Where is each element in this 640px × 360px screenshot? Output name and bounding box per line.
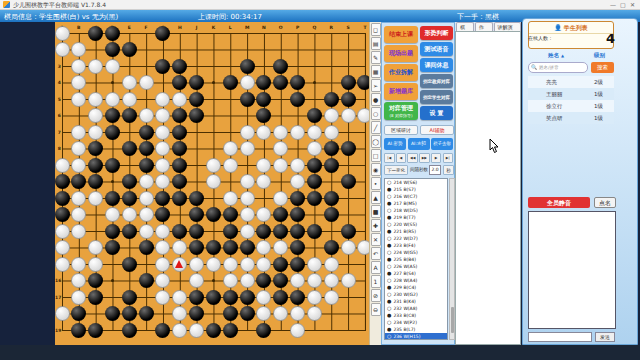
dot-mark-icon[interactable]: • [371, 177, 381, 190]
column-label: P [293, 25, 303, 30]
chat-input[interactable] [528, 332, 592, 342]
black-stone[interactable] [139, 306, 154, 321]
black-stone[interactable] [324, 191, 339, 206]
black-stone[interactable] [88, 26, 103, 41]
white-stone[interactable] [240, 273, 255, 288]
student-row[interactable]: 王丽丽1级 [528, 88, 614, 100]
nav-button-1[interactable]: |◀ [384, 153, 395, 163]
white-stone[interactable] [55, 240, 70, 255]
white-stone[interactable] [240, 141, 255, 156]
black-stone[interactable] [341, 92, 356, 107]
white-stone[interactable] [290, 125, 305, 140]
white-stone[interactable] [155, 290, 170, 305]
black-stone[interactable] [122, 174, 137, 189]
white-stone[interactable] [88, 257, 103, 272]
clear-icon[interactable]: ⊘ [371, 289, 381, 302]
move-list-item[interactable]: ○236 W(H15) [385, 333, 447, 340]
nav-button-5[interactable]: ▶ [431, 153, 442, 163]
row-label: 7 [55, 130, 61, 135]
black-stone[interactable] [139, 240, 154, 255]
nav-button-3[interactable]: ◀◀ [407, 153, 418, 163]
new-file-icon[interactable]: ◻ [371, 23, 381, 36]
black-stone[interactable] [71, 323, 86, 338]
black-stone[interactable] [223, 240, 238, 255]
move-list-item[interactable]: ●223 B(F4) [385, 242, 447, 249]
white-stone[interactable] [324, 108, 339, 123]
square-mark-icon[interactable]: □ [371, 149, 381, 162]
black-stone[interactable] [105, 240, 120, 255]
column-label: N [259, 25, 269, 30]
white-stone[interactable] [206, 257, 221, 272]
black-stone[interactable] [105, 224, 120, 239]
white-stone[interactable] [55, 158, 70, 173]
black-stone[interactable] [122, 290, 137, 305]
white-stone[interactable] [71, 290, 86, 305]
black-stone[interactable] [139, 125, 154, 140]
move-list-item[interactable]: ○224 W(G5) [385, 249, 447, 256]
white-stone[interactable] [71, 191, 86, 206]
white-stone[interactable] [273, 158, 288, 173]
action-button-1[interactable]: 结束上课 [384, 26, 418, 43]
black-stone[interactable] [223, 306, 238, 321]
black-stone[interactable] [290, 92, 305, 107]
black-stone[interactable] [55, 174, 70, 189]
black-stone[interactable] [189, 191, 204, 206]
white-stone[interactable] [55, 257, 70, 272]
white-stone[interactable] [155, 224, 170, 239]
black-stone[interactable] [155, 191, 170, 206]
student-search-button[interactable]: 搜索 [591, 62, 614, 73]
record-tab-1[interactable]: 棋谱 [456, 22, 474, 31]
black-stone[interactable] [341, 224, 356, 239]
black-stone[interactable] [55, 207, 70, 222]
white-stone[interactable] [139, 224, 154, 239]
control-panel: 结束上课现场出题作业拆解新增题库对弈管理(8 对弈指导)形势判断测试语音课间休息… [381, 22, 455, 345]
row-label: 17 [55, 295, 61, 300]
nav-button-6[interactable]: ▶| [443, 153, 454, 163]
black-stone[interactable] [256, 92, 271, 107]
column-label: E [124, 25, 134, 30]
go-board[interactable]: ABCDEFGHJKLMNOPQRST123456789101112131415… [55, 22, 369, 345]
white-stone[interactable] [256, 257, 271, 272]
black-stone[interactable] [172, 224, 187, 239]
black-stone[interactable] [273, 290, 288, 305]
white-stone[interactable] [256, 158, 271, 173]
column-label: S [343, 25, 353, 30]
ai-button-2[interactable]: AI:支招 [408, 138, 430, 150]
white-stone[interactable] [71, 224, 86, 239]
next-variation-button[interactable]: 下一变化 [384, 165, 408, 175]
white-stone[interactable] [324, 273, 339, 288]
move-list-item[interactable]: ●227 B(S4) [385, 270, 447, 277]
black-stone[interactable] [273, 257, 288, 272]
white-stone[interactable] [122, 75, 137, 90]
move-list-item[interactable]: ○232 W(A8) [385, 305, 447, 312]
black-stone[interactable] [105, 306, 120, 321]
white-stone[interactable] [307, 125, 322, 140]
move-list-item[interactable]: ○218 W(D5) [385, 207, 447, 214]
student-row[interactable]: 亮亮2级 [528, 76, 614, 88]
white-stone[interactable] [206, 174, 221, 189]
black-stone[interactable] [122, 306, 137, 321]
black-stone[interactable] [324, 240, 339, 255]
white-stone[interactable] [324, 125, 339, 140]
student-row[interactable]: 笑点研1级 [528, 112, 614, 124]
white-stone[interactable] [223, 191, 238, 206]
move-list-item[interactable]: ●221 B(R5) [385, 228, 447, 235]
black-stone[interactable] [341, 141, 356, 156]
white-stone[interactable] [273, 125, 288, 140]
column-label: B [74, 25, 84, 30]
white-stone[interactable] [240, 224, 255, 239]
column-label: J [192, 25, 202, 30]
black-stone[interactable] [155, 323, 170, 338]
black-stone[interactable] [324, 141, 339, 156]
black-stone[interactable] [122, 42, 137, 57]
move-list-item[interactable]: ○230 W(G2) [385, 291, 447, 298]
white-stone[interactable] [240, 207, 255, 222]
student-row[interactable]: 徐立行1级 [528, 100, 614, 112]
black-stone[interactable] [223, 323, 238, 338]
white-stone[interactable] [172, 323, 187, 338]
move-list-item[interactable]: ○220 W(S5) [385, 221, 447, 228]
move-list-item[interactable]: ○222 W(D7) [385, 235, 447, 242]
white-stone[interactable] [71, 59, 86, 74]
filled-square-icon[interactable]: ■ [371, 205, 381, 218]
white-stone[interactable] [240, 174, 255, 189]
move-list-item[interactable]: ●217 B(M5) [385, 200, 447, 207]
student-panel: 👤 学生列表 在线人数： 4 姓名 ▲ 级别 姓名/拼音 🔍 搜索 亮亮2级王丽… [522, 18, 638, 345]
white-stone[interactable] [71, 92, 86, 107]
screen: 少儿围棋教学平台教师端 V1.7.8.4 — ▢ ✕ 棋局信息：学生围棋(白) … [0, 0, 640, 360]
black-stone[interactable] [122, 191, 137, 206]
white-stone[interactable] [223, 257, 238, 272]
black-stone[interactable] [307, 191, 322, 206]
white-stone[interactable] [240, 125, 255, 140]
move-list-item[interactable]: ○214 W(S6) [385, 179, 447, 186]
move-list-item[interactable]: ○226 W(A5) [385, 263, 447, 270]
window-title: 少儿围棋教学平台教师端 V1.7.8.4 [13, 1, 106, 10]
black-stone[interactable] [189, 290, 204, 305]
black-stone[interactable] [105, 158, 120, 173]
white-stone[interactable] [189, 257, 204, 272]
black-stone[interactable] [324, 158, 339, 173]
record-tab-3[interactable]: 讲解演示 [494, 22, 522, 31]
nav-button-2[interactable]: ◀ [396, 153, 407, 163]
undo-icon[interactable]: ↶ [371, 247, 381, 260]
move-list-item[interactable]: ●225 B(B4) [385, 256, 447, 263]
maximize-button[interactable]: ▢ [620, 1, 626, 8]
action-button-3[interactable]: 作业拆解 [384, 64, 418, 81]
black-stone[interactable] [223, 207, 238, 222]
white-stone[interactable] [240, 257, 255, 272]
move-list-item[interactable]: ●219 B(T7) [385, 214, 447, 221]
black-stone[interactable] [273, 59, 288, 74]
star-point [313, 81, 316, 84]
move-list-item[interactable]: ○234 W(P2) [385, 319, 447, 326]
game-info-text: 棋局信息：学生围棋(白) vs 无为(黑) [4, 12, 118, 22]
black-stone[interactable] [290, 191, 305, 206]
white-stone[interactable] [105, 207, 120, 222]
white-stone[interactable] [88, 125, 103, 140]
black-stone[interactable] [105, 191, 120, 206]
white-stone[interactable] [122, 207, 137, 222]
move-list-item[interactable]: ●233 B(C8) [385, 312, 447, 319]
black-stone[interactable] [307, 108, 322, 123]
row-label: 3 [55, 64, 61, 69]
move-list-item[interactable]: ○228 W(A4) [385, 277, 447, 284]
row-label: 6 [55, 113, 61, 118]
white-stone[interactable] [105, 59, 120, 74]
white-stone[interactable] [256, 125, 271, 140]
column-label: K [208, 25, 218, 30]
white-stone[interactable] [256, 290, 271, 305]
white-stone[interactable] [223, 158, 238, 173]
black-stone[interactable] [122, 224, 137, 239]
action-button-right-3[interactable]: 课间休息 [420, 58, 453, 72]
x-mark-icon[interactable]: ✕ [371, 233, 381, 246]
white-stone[interactable] [290, 323, 305, 338]
black-stone[interactable] [122, 141, 137, 156]
white-stone[interactable] [55, 26, 70, 41]
black-stone[interactable] [273, 224, 288, 239]
black-stone[interactable] [105, 125, 120, 140]
white-stone[interactable] [341, 108, 356, 123]
white-stone[interactable] [307, 257, 322, 272]
action-button-2[interactable]: 现场出题 [384, 45, 418, 62]
black-stone[interactable] [206, 207, 221, 222]
class-time-text: 上课时间: 00:34:17 [198, 12, 262, 22]
circle-mark-icon[interactable]: ◯ [371, 135, 381, 148]
black-stone[interactable] [139, 158, 154, 173]
black-stone[interactable] [307, 224, 322, 239]
white-stone[interactable] [240, 75, 255, 90]
white-stone[interactable] [71, 125, 86, 140]
name-column-header[interactable]: 姓名 ▲ [548, 52, 564, 59]
black-stone[interactable] [290, 257, 305, 272]
star-point [111, 279, 114, 282]
close-button[interactable]: ✕ [630, 1, 635, 8]
column-label: H [175, 25, 185, 30]
black-stone[interactable] [122, 323, 137, 338]
white-stone[interactable] [71, 158, 86, 173]
white-stone[interactable] [290, 158, 305, 173]
black-stone[interactable] [256, 323, 271, 338]
interval-label: 间隔秒数 [410, 167, 428, 172]
letter-tool-icon[interactable]: A [371, 261, 381, 274]
minimize-button[interactable]: — [610, 1, 616, 8]
move-list-item[interactable]: ○216 W(C7) [385, 193, 447, 200]
row-label: 5 [55, 97, 61, 102]
black-stone[interactable] [88, 158, 103, 173]
action-button-4[interactable]: 新增题库 [384, 83, 418, 100]
white-stone[interactable] [189, 323, 204, 338]
black-stone[interactable] [240, 59, 255, 74]
action-button-5[interactable]: 对弈管理(8 对弈指导) [384, 102, 418, 120]
black-stone[interactable] [223, 75, 238, 90]
black-stone[interactable] [341, 174, 356, 189]
ai-button-1[interactable]: AI:形势 [384, 138, 406, 150]
white-stone[interactable] [139, 191, 154, 206]
line-tool-icon[interactable]: ╱ [371, 121, 381, 134]
white-stone[interactable] [71, 257, 86, 272]
black-stone[interactable] [223, 290, 238, 305]
action-button-right-6[interactable]: 设 置 [420, 106, 453, 120]
white-stone[interactable] [139, 108, 154, 123]
white-stone-tool-icon[interactable]: ○ [371, 107, 381, 120]
record-tabs: 棋谱作业讲解演示 [455, 22, 521, 31]
white-stone[interactable] [55, 224, 70, 239]
move-list-item[interactable]: ●215 B(S7) [385, 186, 447, 193]
white-stone[interactable] [88, 59, 103, 74]
interval-input[interactable]: 2.0 [429, 165, 441, 175]
white-stone[interactable] [105, 92, 120, 107]
black-stone[interactable] [240, 290, 255, 305]
black-stone-tool-icon[interactable]: ● [371, 93, 381, 106]
annotation-toolbar: ◻▤✎▦➢●○╱◯□◉•▲■✚✕↶A1⊘⊖ [369, 22, 381, 345]
white-stone[interactable] [139, 174, 154, 189]
white-stone[interactable] [324, 257, 339, 272]
white-stone[interactable] [206, 158, 221, 173]
black-stone[interactable] [341, 75, 356, 90]
white-stone[interactable] [155, 92, 170, 107]
white-stone[interactable] [139, 207, 154, 222]
white-stone[interactable] [122, 92, 137, 107]
white-stone[interactable] [55, 42, 70, 57]
record-tab-2[interactable]: 作业 [475, 22, 493, 31]
black-stone[interactable] [155, 26, 170, 41]
triangle-mark-icon[interactable]: ▲ [371, 191, 381, 204]
white-stone[interactable] [307, 290, 322, 305]
star-point [111, 81, 114, 84]
white-stone[interactable] [223, 141, 238, 156]
white-stone[interactable] [88, 191, 103, 206]
black-stone[interactable] [223, 224, 238, 239]
mute-all-button[interactable]: 全员静音 [528, 197, 590, 208]
nav-button-4[interactable]: ▶▶ [419, 153, 430, 163]
column-label: F [141, 25, 151, 30]
black-stone[interactable] [189, 224, 204, 239]
action-button-right-5[interactable]: 指定学生对弈 [420, 90, 453, 104]
white-stone[interactable] [240, 191, 255, 206]
number-tool-icon[interactable]: 1 [371, 275, 381, 288]
black-stone[interactable] [88, 323, 103, 338]
interval-unit-button[interactable]: 秒 [443, 165, 454, 175]
white-stone[interactable] [341, 240, 356, 255]
study-tab-2[interactable]: AI辅助 [420, 125, 454, 135]
white-stone[interactable] [223, 273, 238, 288]
save-icon[interactable]: ▦ [371, 65, 381, 78]
capture-icon[interactable]: ➢ [371, 79, 381, 92]
scrollbar-thumb[interactable] [451, 307, 454, 333]
black-stone[interactable] [88, 290, 103, 305]
online-count-value: 4 [606, 31, 615, 46]
action-button-right-2[interactable]: 测试语音 [420, 42, 453, 56]
row-label: 16 [55, 278, 61, 283]
action-button-right-1[interactable]: 形势判断 [420, 26, 453, 40]
white-stone[interactable] [341, 273, 356, 288]
ai-button-3[interactable]: 棋子去留 [431, 138, 453, 150]
black-stone[interactable] [240, 240, 255, 255]
erase-icon[interactable]: ⊖ [371, 303, 381, 316]
row-label: 8 [55, 146, 61, 151]
move-list[interactable]: ○214 W(S6)●215 B(S7)○216 W(C7)●217 B(M5)… [384, 178, 448, 340]
white-stone[interactable] [172, 290, 187, 305]
black-stone[interactable] [55, 191, 70, 206]
black-stone[interactable] [307, 158, 322, 173]
black-stone[interactable] [172, 125, 187, 140]
black-stone[interactable] [307, 174, 322, 189]
black-stone[interactable] [324, 92, 339, 107]
black-stone[interactable] [139, 141, 154, 156]
black-stone[interactable] [189, 92, 204, 107]
white-stone[interactable] [55, 306, 70, 321]
white-stone[interactable] [155, 257, 170, 272]
online-count-label: 在线人数： [528, 35, 553, 41]
black-stone[interactable] [105, 108, 120, 123]
search-icon: 🔍 [531, 64, 537, 70]
roll-call-button[interactable]: 点名 [594, 197, 616, 208]
send-button[interactable]: 发送 [595, 332, 615, 342]
next-move-text: 下一手：黑棋 [457, 12, 499, 22]
black-stone[interactable] [105, 42, 120, 57]
white-stone[interactable] [307, 141, 322, 156]
black-stone[interactable] [256, 224, 271, 239]
white-stone[interactable] [273, 191, 288, 206]
level-column-header[interactable]: 级别 [594, 52, 605, 59]
black-stone[interactable] [240, 306, 255, 321]
pencil-icon[interactable]: ✎ [371, 51, 381, 64]
cross-mark-icon[interactable]: ✚ [371, 219, 381, 232]
black-stone[interactable] [240, 92, 255, 107]
white-stone[interactable] [88, 92, 103, 107]
white-stone[interactable] [139, 75, 154, 90]
black-stone[interactable] [155, 59, 170, 74]
black-stone[interactable] [206, 323, 221, 338]
black-stone[interactable] [139, 273, 154, 288]
white-stone[interactable] [324, 290, 339, 305]
black-stone[interactable] [290, 224, 305, 239]
white-stone[interactable] [172, 92, 187, 107]
open-folder-icon[interactable]: ▤ [371, 37, 381, 50]
window-titlebar: 少儿围棋教学平台教师端 V1.7.8.4 — ▢ ✕ [0, 0, 640, 10]
black-stone[interactable] [172, 191, 187, 206]
black-stone[interactable] [206, 290, 221, 305]
black-stone[interactable] [122, 108, 137, 123]
white-stone[interactable] [307, 273, 322, 288]
black-stone[interactable] [324, 207, 339, 222]
lasso-icon[interactable]: ◉ [371, 163, 381, 176]
black-stone[interactable] [122, 257, 137, 272]
study-tab-1[interactable]: 区域研讨 [384, 125, 418, 135]
white-stone[interactable] [155, 125, 170, 140]
move-list-item[interactable]: ●229 B(C4) [385, 284, 447, 291]
black-stone[interactable] [172, 158, 187, 173]
action-button-right-4[interactable]: 指定教师对弈 [420, 74, 453, 88]
white-stone[interactable] [307, 306, 322, 321]
move-list-item[interactable]: ●235 B(L7) [385, 326, 447, 333]
black-stone[interactable] [105, 26, 120, 41]
star-point [212, 279, 215, 282]
column-label: Q [309, 25, 319, 30]
move-list-item[interactable]: ●231 B(K4) [385, 298, 447, 305]
mouse-cursor [489, 139, 500, 154]
black-stone[interactable] [290, 290, 305, 305]
black-stone[interactable] [172, 59, 187, 74]
white-stone[interactable] [155, 158, 170, 173]
black-stone[interactable] [206, 240, 221, 255]
column-label: R [326, 25, 336, 30]
